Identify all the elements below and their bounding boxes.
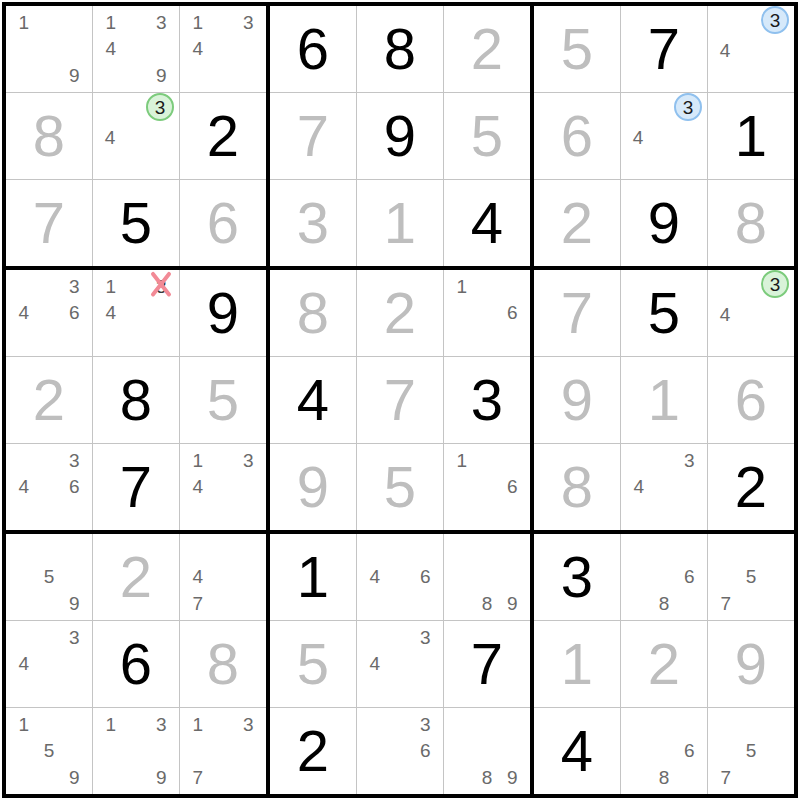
candidate-empty	[11, 738, 36, 765]
candidate-empty	[737, 273, 761, 301]
cell-r6c2[interactable]: 7	[93, 444, 179, 530]
cell-r7c9[interactable]: 57	[708, 534, 794, 620]
candidate-empty	[474, 564, 499, 591]
candidate-empty	[210, 764, 235, 791]
candidate-7: 7	[713, 590, 738, 617]
pencil-marks: 34	[708, 6, 794, 92]
big-digit-black: 6	[297, 20, 329, 78]
cell-r6c8[interactable]: 34	[621, 444, 707, 530]
big-digit-gray: 5	[384, 458, 416, 516]
candidate-empty	[474, 474, 499, 501]
candidate-empty	[650, 150, 674, 176]
cell-r4c8[interactable]: 5	[621, 270, 707, 356]
cell-r2c2[interactable]: 34	[93, 93, 179, 179]
candidate-empty	[737, 327, 761, 353]
cell-r8c2[interactable]: 6	[93, 621, 179, 707]
candidate-empty	[713, 63, 737, 89]
candidate-empty	[474, 326, 499, 353]
candidate-1: 1	[98, 711, 123, 738]
candidate-9: 9	[149, 764, 174, 791]
big-digit-black: 5	[648, 284, 680, 342]
cell-r2c9[interactable]: 1	[708, 93, 794, 179]
candidate-empty	[62, 677, 87, 704]
big-digit-gray: 9	[297, 458, 329, 516]
candidate-empty	[387, 537, 412, 564]
candidate-highlight-green-circle: 3	[761, 270, 789, 298]
cell-r3c9[interactable]: 8	[708, 180, 794, 266]
big-digit-gray: 7	[297, 107, 329, 165]
big-digit-gray: 5	[207, 371, 239, 429]
cell-r2c4[interactable]: 7	[270, 93, 356, 179]
cell-r3c5[interactable]: 1	[357, 180, 443, 266]
candidate-empty	[738, 537, 763, 564]
candidate-empty	[387, 590, 412, 617]
big-digit-gray: 6	[735, 371, 767, 429]
candidate-empty	[674, 150, 702, 176]
cell-r8c3[interactable]: 8	[180, 621, 266, 707]
big-digit-black: 4	[471, 194, 503, 252]
big-digit-gray: 8	[561, 458, 593, 516]
big-digit-black: 8	[120, 371, 152, 429]
candidate-empty	[36, 474, 61, 501]
big-digit-gray: 8	[735, 194, 767, 252]
candidate-4: 4	[11, 300, 36, 327]
candidate-empty	[122, 124, 146, 150]
cell-r4c9[interactable]: 34	[708, 270, 794, 356]
cell-r5c9[interactable]: 6	[708, 357, 794, 443]
candidate-1: 1	[98, 9, 123, 36]
candidate-3: 3	[146, 96, 174, 124]
big-digit-black: 5	[120, 194, 152, 252]
candidate-empty	[449, 474, 474, 501]
cell-r1c9[interactable]: 34	[708, 6, 794, 92]
candidate-4: 4	[98, 300, 123, 327]
cell-r3c2[interactable]: 5	[93, 180, 179, 266]
candidate-3: 3	[149, 9, 174, 36]
cell-r9c5[interactable]: 36	[357, 708, 443, 794]
candidate-empty	[236, 500, 261, 527]
pencil-marks: 16	[444, 270, 530, 356]
cell-r6c9[interactable]: 2	[708, 444, 794, 530]
candidate-empty	[362, 738, 387, 765]
candidate-empty	[236, 564, 261, 591]
candidate-empty	[474, 300, 499, 327]
cell-r6c3[interactable]: 134	[180, 444, 266, 530]
candidate-empty	[236, 764, 261, 791]
cell-r5c2[interactable]: 8	[93, 357, 179, 443]
candidate-empty	[11, 624, 36, 651]
candidate-empty	[36, 590, 61, 617]
candidate-empty	[236, 590, 261, 617]
candidate-empty	[651, 711, 676, 738]
candidate-empty	[500, 447, 525, 474]
candidate-9: 9	[62, 590, 87, 617]
candidate-empty	[651, 537, 676, 564]
candidate-highlight-blue-circle: 3	[674, 93, 702, 121]
candidate-empty	[36, 677, 61, 704]
cell-r7c5[interactable]: 46	[357, 534, 443, 620]
candidate-empty	[123, 738, 148, 765]
candidate-3: 3	[149, 273, 174, 300]
cell-r9c4[interactable]: 2	[270, 708, 356, 794]
cell-r1c7[interactable]: 5	[534, 6, 620, 92]
big-digit-gray: 8	[207, 635, 239, 693]
candidate-empty	[677, 474, 702, 501]
candidate-empty	[210, 9, 235, 36]
candidate-4: 4	[185, 36, 210, 63]
cell-r5c1[interactable]: 2	[6, 357, 92, 443]
candidate-empty	[149, 326, 174, 353]
candidate-empty	[123, 62, 148, 89]
big-digit-gray: 8	[297, 284, 329, 342]
candidate-empty	[626, 590, 651, 617]
candidate-empty	[236, 36, 261, 63]
candidate-empty	[500, 273, 525, 300]
candidate-empty	[449, 764, 474, 791]
candidate-empty	[210, 447, 235, 474]
candidate-empty	[761, 37, 789, 63]
cell-r5c3[interactable]: 5	[180, 357, 266, 443]
candidate-empty	[123, 300, 148, 327]
cell-r4c3[interactable]: 9	[180, 270, 266, 356]
candidate-empty	[651, 738, 676, 765]
cell-r4c7[interactable]: 7	[534, 270, 620, 356]
cell-r6c7[interactable]: 8	[534, 444, 620, 530]
cell-r3c8[interactable]: 9	[621, 180, 707, 266]
candidate-1: 1	[449, 273, 474, 300]
pencil-marks: 16	[444, 444, 530, 530]
candidate-empty	[236, 474, 261, 501]
candidate-7: 7	[185, 590, 210, 617]
cell-r7c8[interactable]: 68	[621, 534, 707, 620]
candidate-empty	[149, 36, 174, 63]
candidate-empty	[36, 500, 61, 527]
candidate-9: 9	[62, 764, 87, 791]
candidate-empty	[210, 590, 235, 617]
pencil-marks: 36	[357, 708, 443, 794]
pencil-marks: 89	[444, 708, 530, 794]
candidate-empty	[764, 564, 789, 591]
candidate-empty	[387, 764, 412, 791]
candidate-empty	[210, 500, 235, 527]
cell-r4c1[interactable]: 346	[6, 270, 92, 356]
pencil-marks: 34	[6, 621, 92, 707]
candidate-empty	[626, 500, 651, 527]
cell-r5c6[interactable]: 3	[444, 357, 530, 443]
candidate-3: 3	[62, 447, 87, 474]
candidate-empty	[36, 764, 61, 791]
candidate-empty	[98, 62, 123, 89]
candidate-3: 3	[413, 624, 438, 651]
cell-r7c1[interactable]: 59	[6, 534, 92, 620]
big-digit-gray: 9	[561, 371, 593, 429]
pencil-marks: 46	[357, 534, 443, 620]
candidate-empty	[387, 677, 412, 704]
cell-r5c4[interactable]: 4	[270, 357, 356, 443]
cell-r4c6[interactable]: 16	[444, 270, 530, 356]
candidate-empty	[737, 37, 761, 63]
big-digit-black: 7	[648, 20, 680, 78]
candidate-empty	[11, 326, 36, 353]
candidate-3: 3	[236, 711, 261, 738]
candidate-5: 5	[738, 738, 763, 765]
candidate-empty	[413, 590, 438, 617]
candidate-empty	[651, 474, 676, 501]
candidate-4: 4	[11, 474, 36, 501]
cell-r8c1[interactable]: 34	[6, 621, 92, 707]
pencil-marks: 159	[6, 708, 92, 794]
candidate-6: 6	[413, 564, 438, 591]
cell-r9c7[interactable]: 4	[534, 708, 620, 794]
cell-r8c7[interactable]: 1	[534, 621, 620, 707]
candidate-empty	[210, 474, 235, 501]
big-digit-gray: 1	[561, 635, 593, 693]
candidate-empty	[677, 537, 702, 564]
candidate-empty	[764, 537, 789, 564]
candidate-4: 4	[713, 301, 737, 327]
candidate-empty	[98, 96, 122, 124]
cell-r3c7[interactable]: 2	[534, 180, 620, 266]
cell-r6c5[interactable]: 5	[357, 444, 443, 530]
candidate-empty	[626, 738, 651, 765]
candidate-empty	[413, 677, 438, 704]
candidate-empty	[764, 711, 789, 738]
pencil-marks: 346	[6, 444, 92, 530]
candidate-empty	[474, 537, 499, 564]
candidate-empty	[474, 711, 499, 738]
candidate-empty	[36, 651, 61, 678]
big-digit-black: 6	[120, 635, 152, 693]
candidate-empty	[713, 564, 738, 591]
candidate-6: 6	[677, 738, 702, 765]
candidate-3: 3	[236, 9, 261, 36]
candidate-3: 3	[674, 96, 702, 124]
cell-r6c4[interactable]: 9	[270, 444, 356, 530]
big-digit-black: 2	[207, 107, 239, 165]
cell-r8c4[interactable]: 5	[270, 621, 356, 707]
cell-r6c1[interactable]: 346	[6, 444, 92, 530]
cell-r3c3[interactable]: 6	[180, 180, 266, 266]
cell-r7c4[interactable]: 1	[270, 534, 356, 620]
candidate-empty	[387, 624, 412, 651]
candidate-empty	[500, 500, 525, 527]
pencil-marks: 346	[6, 270, 92, 356]
candidate-3: 3	[413, 711, 438, 738]
candidate-empty	[713, 738, 738, 765]
sudoku-board: 1913491346825734834279563417563142983461…	[2, 2, 798, 798]
candidate-1: 1	[449, 447, 474, 474]
candidate-empty	[11, 500, 36, 527]
candidate-empty	[36, 447, 61, 474]
candidate-empty	[449, 564, 474, 591]
cell-r7c3[interactable]: 47	[180, 534, 266, 620]
candidate-empty	[185, 500, 210, 527]
big-digit-black: 2	[297, 722, 329, 780]
candidate-empty	[413, 651, 438, 678]
candidate-1: 1	[98, 273, 123, 300]
big-digit-gray: 5	[561, 20, 593, 78]
cell-r9c6[interactable]: 89	[444, 708, 530, 794]
candidate-empty	[36, 9, 61, 36]
candidate-empty	[713, 9, 737, 37]
candidate-4: 4	[362, 564, 387, 591]
candidate-empty	[122, 96, 146, 124]
cell-r9c2[interactable]: 139	[93, 708, 179, 794]
candidate-empty	[387, 651, 412, 678]
big-digit-gray: 1	[648, 371, 680, 429]
candidate-7: 7	[185, 764, 210, 791]
candidate-8: 8	[474, 764, 499, 791]
cell-r8c6[interactable]: 7	[444, 621, 530, 707]
cell-r1c1[interactable]: 19	[6, 6, 92, 92]
big-digit-black: 9	[384, 107, 416, 165]
candidate-empty	[764, 590, 789, 617]
cell-r9c9[interactable]: 57	[708, 708, 794, 794]
candidate-empty	[650, 124, 674, 150]
candidate-8: 8	[651, 590, 676, 617]
candidate-empty	[210, 36, 235, 63]
candidate-3: 3	[761, 273, 789, 301]
cell-r7c7[interactable]: 3	[534, 534, 620, 620]
candidate-3: 3	[761, 9, 789, 37]
cell-r8c5[interactable]: 34	[357, 621, 443, 707]
candidate-3: 3	[62, 624, 87, 651]
cell-r1c3[interactable]: 134	[180, 6, 266, 92]
candidate-1: 1	[185, 447, 210, 474]
cell-r5c5[interactable]: 7	[357, 357, 443, 443]
candidate-empty	[449, 300, 474, 327]
candidate-empty	[413, 537, 438, 564]
candidate-empty	[62, 738, 87, 765]
cell-r1c4[interactable]: 6	[270, 6, 356, 92]
cell-r8c9[interactable]: 9	[708, 621, 794, 707]
cell-r3c6[interactable]: 4	[444, 180, 530, 266]
pencil-marks: 89	[444, 534, 530, 620]
cell-r1c6[interactable]: 2	[444, 6, 530, 92]
cell-r5c7[interactable]: 9	[534, 357, 620, 443]
pencil-marks: 68	[621, 534, 707, 620]
candidate-4: 4	[98, 36, 123, 63]
cell-r1c2[interactable]: 1349	[93, 6, 179, 92]
cell-r2c5[interactable]: 9	[357, 93, 443, 179]
cell-r2c6[interactable]: 5	[444, 93, 530, 179]
cell-r2c8[interactable]: 34	[621, 93, 707, 179]
candidate-empty	[764, 738, 789, 765]
candidate-6: 6	[62, 300, 87, 327]
cell-r9c1[interactable]: 159	[6, 708, 92, 794]
cell-r9c3[interactable]: 137	[180, 708, 266, 794]
candidate-empty	[98, 150, 122, 176]
cell-r4c4[interactable]: 8	[270, 270, 356, 356]
cell-r5c8[interactable]: 1	[621, 357, 707, 443]
candidate-empty	[449, 590, 474, 617]
candidate-empty	[11, 537, 36, 564]
candidate-empty	[362, 711, 387, 738]
candidate-empty	[738, 711, 763, 738]
candidate-1: 1	[11, 9, 36, 36]
candidate-empty	[36, 300, 61, 327]
pencil-marks: 134	[180, 6, 266, 92]
candidate-empty	[123, 326, 148, 353]
candidate-empty	[677, 711, 702, 738]
candidate-9: 9	[500, 590, 525, 617]
candidate-empty	[146, 124, 174, 150]
candidate-empty	[36, 711, 61, 738]
cell-r8c8[interactable]: 2	[621, 621, 707, 707]
candidate-4: 4	[362, 651, 387, 678]
cell-r9c8[interactable]: 68	[621, 708, 707, 794]
big-digit-gray: 7	[33, 194, 65, 252]
candidate-5: 5	[36, 564, 61, 591]
cell-r6c6[interactable]: 16	[444, 444, 530, 530]
cell-r2c3[interactable]: 2	[180, 93, 266, 179]
candidate-5: 5	[738, 564, 763, 591]
cell-r7c2[interactable]: 2	[93, 534, 179, 620]
candidate-empty	[123, 9, 148, 36]
candidate-empty	[449, 326, 474, 353]
cell-r4c5[interactable]: 2	[357, 270, 443, 356]
candidate-empty	[123, 273, 148, 300]
pencil-marks: 19	[6, 6, 92, 92]
candidate-empty	[62, 711, 87, 738]
candidate-empty	[449, 711, 474, 738]
cell-r7c6[interactable]: 89	[444, 534, 530, 620]
cell-r1c5[interactable]: 8	[357, 6, 443, 92]
candidate-empty	[500, 326, 525, 353]
candidate-1: 1	[185, 711, 210, 738]
candidate-3: 3	[62, 273, 87, 300]
cell-r4c2[interactable]: 134	[93, 270, 179, 356]
cell-r1c8[interactable]: 7	[621, 6, 707, 92]
candidate-empty	[149, 300, 174, 327]
candidate-empty	[210, 62, 235, 89]
candidate-highlight-green-circle: 3	[146, 93, 174, 121]
candidate-empty	[362, 624, 387, 651]
candidate-empty	[98, 764, 123, 791]
candidate-empty	[761, 327, 789, 353]
candidate-empty	[626, 150, 650, 176]
candidate-empty	[36, 624, 61, 651]
candidate-empty	[62, 564, 87, 591]
cell-r2c7[interactable]: 6	[534, 93, 620, 179]
candidate-empty	[36, 62, 61, 89]
candidate-empty	[62, 9, 87, 36]
big-digit-black: 7	[471, 635, 503, 693]
big-digit-gray: 2	[120, 548, 152, 606]
candidate-empty	[713, 273, 737, 301]
candidate-empty	[713, 327, 737, 353]
candidate-1: 1	[185, 9, 210, 36]
candidate-empty	[713, 711, 738, 738]
candidate-empty	[387, 564, 412, 591]
cell-r3c4[interactable]: 3	[270, 180, 356, 266]
big-digit-gray: 2	[33, 371, 65, 429]
big-digit-gray: 3	[297, 194, 329, 252]
big-digit-gray: 2	[648, 635, 680, 693]
candidate-7: 7	[713, 764, 738, 791]
candidate-empty	[236, 62, 261, 89]
candidate-empty	[626, 711, 651, 738]
pencil-marks: 57	[708, 534, 794, 620]
pencil-marks: 47	[180, 534, 266, 620]
cell-r2c1[interactable]: 8	[6, 93, 92, 179]
cell-r3c1[interactable]: 7	[6, 180, 92, 266]
pencil-marks: 59	[6, 534, 92, 620]
big-digit-gray: 8	[33, 107, 65, 165]
candidate-empty	[738, 764, 763, 791]
big-digit-gray: 7	[561, 284, 593, 342]
candidate-empty	[185, 738, 210, 765]
